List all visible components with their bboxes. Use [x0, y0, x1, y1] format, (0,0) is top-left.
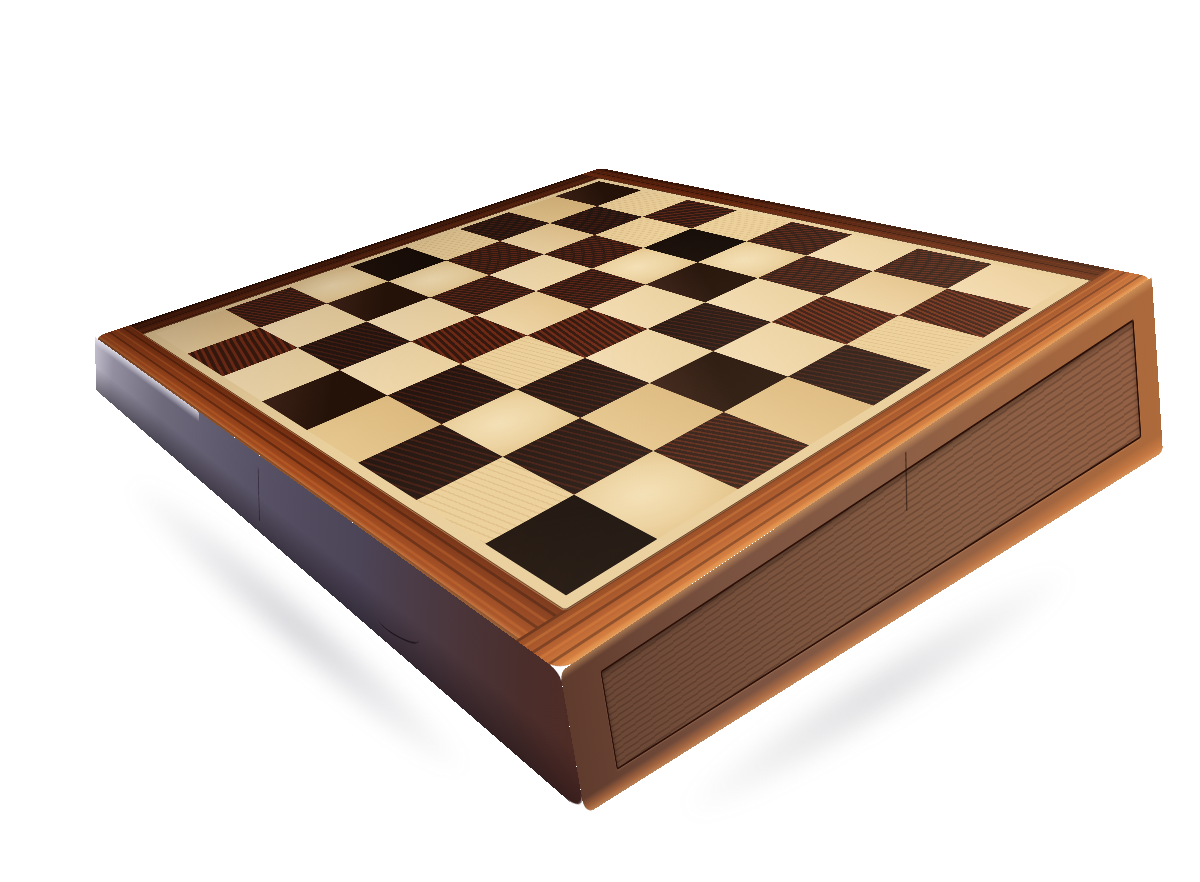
left-side-scratch	[374, 609, 422, 650]
left-side-seam	[258, 468, 260, 522]
chess-board-box-photo	[0, 0, 1200, 882]
